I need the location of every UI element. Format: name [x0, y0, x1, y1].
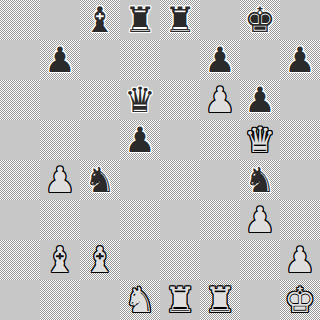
piece-black-pawn[interactable]: ♟: [44, 40, 75, 80]
square-c7[interactable]: [80, 40, 120, 80]
square-b7[interactable]: ♟: [40, 40, 80, 80]
square-c6[interactable]: [80, 80, 120, 120]
square-a4[interactable]: [0, 160, 40, 200]
square-e2[interactable]: [160, 240, 200, 280]
square-h6[interactable]: [280, 80, 320, 120]
square-a1[interactable]: [0, 280, 40, 320]
square-f1[interactable]: ♜: [200, 280, 240, 320]
piece-black-rook[interactable]: ♜: [164, 0, 195, 40]
square-g8[interactable]: ♚: [240, 0, 280, 40]
square-h8[interactable]: [280, 0, 320, 40]
square-b5[interactable]: [40, 120, 80, 160]
piece-white-pawn[interactable]: ♟: [44, 160, 75, 200]
square-e1[interactable]: ♜: [160, 280, 200, 320]
square-b2[interactable]: ♝: [40, 240, 80, 280]
square-f5[interactable]: [200, 120, 240, 160]
square-b1[interactable]: [40, 280, 80, 320]
piece-white-king[interactable]: ♚: [284, 280, 315, 320]
piece-black-king[interactable]: ♚: [244, 0, 275, 40]
piece-black-bishop[interactable]: ♝: [84, 0, 115, 40]
square-b8[interactable]: [40, 0, 80, 40]
square-f8[interactable]: [200, 0, 240, 40]
chess-app: ♝♜♜♚♟♟♟♛♟♟♟♛♟♞♞♟♝♝♟♞♜♜♚: [0, 0, 320, 320]
square-g5[interactable]: ♛: [240, 120, 280, 160]
square-c4[interactable]: ♞: [80, 160, 120, 200]
square-a8[interactable]: [0, 0, 40, 40]
piece-black-knight[interactable]: ♞: [244, 160, 275, 200]
piece-black-pawn[interactable]: ♟: [204, 40, 235, 80]
square-a6[interactable]: [0, 80, 40, 120]
square-a7[interactable]: [0, 40, 40, 80]
square-e3[interactable]: [160, 200, 200, 240]
square-f7[interactable]: ♟: [200, 40, 240, 80]
piece-black-pawn[interactable]: ♟: [244, 80, 275, 120]
square-c1[interactable]: [80, 280, 120, 320]
piece-white-bishop[interactable]: ♝: [44, 240, 75, 280]
square-f6[interactable]: ♟: [200, 80, 240, 120]
square-h2[interactable]: ♟: [280, 240, 320, 280]
square-h5[interactable]: [280, 120, 320, 160]
square-d6[interactable]: ♛: [120, 80, 160, 120]
piece-black-pawn[interactable]: ♟: [124, 120, 155, 160]
square-c2[interactable]: ♝: [80, 240, 120, 280]
piece-black-knight[interactable]: ♞: [84, 160, 115, 200]
square-a5[interactable]: [0, 120, 40, 160]
square-e6[interactable]: [160, 80, 200, 120]
square-e4[interactable]: [160, 160, 200, 200]
square-d5[interactable]: ♟: [120, 120, 160, 160]
square-g1[interactable]: [240, 280, 280, 320]
square-d1[interactable]: ♞: [120, 280, 160, 320]
square-d8[interactable]: ♜: [120, 0, 160, 40]
piece-black-pawn[interactable]: ♟: [284, 40, 315, 80]
piece-white-pawn[interactable]: ♟: [244, 200, 275, 240]
square-h1[interactable]: ♚: [280, 280, 320, 320]
square-c8[interactable]: ♝: [80, 0, 120, 40]
square-e5[interactable]: [160, 120, 200, 160]
square-e7[interactable]: [160, 40, 200, 80]
square-g6[interactable]: ♟: [240, 80, 280, 120]
square-h3[interactable]: [280, 200, 320, 240]
piece-black-rook[interactable]: ♜: [124, 0, 155, 40]
square-b6[interactable]: [40, 80, 80, 120]
square-f2[interactable]: [200, 240, 240, 280]
square-e8[interactable]: ♜: [160, 0, 200, 40]
piece-white-knight[interactable]: ♞: [124, 280, 155, 320]
piece-white-queen[interactable]: ♛: [244, 120, 275, 160]
square-c3[interactable]: [80, 200, 120, 240]
square-b3[interactable]: [40, 200, 80, 240]
square-g7[interactable]: [240, 40, 280, 80]
square-d3[interactable]: [120, 200, 160, 240]
square-g4[interactable]: ♞: [240, 160, 280, 200]
square-h4[interactable]: [280, 160, 320, 200]
piece-white-rook[interactable]: ♜: [204, 280, 235, 320]
square-d7[interactable]: [120, 40, 160, 80]
piece-black-queen[interactable]: ♛: [124, 80, 155, 120]
square-b4[interactable]: ♟: [40, 160, 80, 200]
square-g3[interactable]: ♟: [240, 200, 280, 240]
piece-white-pawn[interactable]: ♟: [204, 80, 235, 120]
square-h7[interactable]: ♟: [280, 40, 320, 80]
square-d2[interactable]: [120, 240, 160, 280]
square-c5[interactable]: [80, 120, 120, 160]
square-a3[interactable]: [0, 200, 40, 240]
square-f4[interactable]: [200, 160, 240, 200]
square-g2[interactable]: [240, 240, 280, 280]
piece-white-rook[interactable]: ♜: [164, 280, 195, 320]
square-d4[interactable]: [120, 160, 160, 200]
piece-white-pawn[interactable]: ♟: [284, 240, 315, 280]
piece-white-bishop[interactable]: ♝: [84, 240, 115, 280]
square-a2[interactable]: [0, 240, 40, 280]
square-f3[interactable]: [200, 200, 240, 240]
chess-board: ♝♜♜♚♟♟♟♛♟♟♟♛♟♞♞♟♝♝♟♞♜♜♚: [0, 0, 320, 320]
